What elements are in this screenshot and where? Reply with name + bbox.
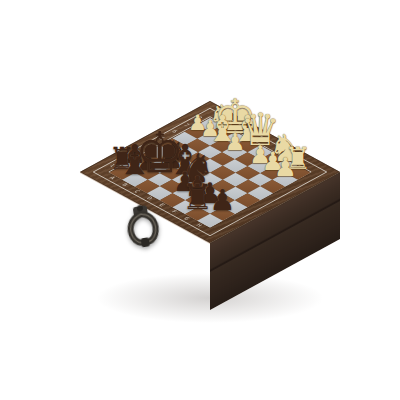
file-label-H: H — [195, 223, 203, 227]
rank-label-1: 1 — [108, 164, 116, 168]
file-label-F: F — [170, 210, 178, 214]
file-label-A: A — [108, 176, 116, 180]
rank-label-4: 4 — [145, 143, 153, 147]
file-label-G: G — [182, 217, 190, 221]
rank-label-2: 2 — [120, 157, 128, 161]
rank-label-7: 7 — [182, 123, 190, 127]
rank-label-5: 5 — [157, 137, 165, 141]
file-label-C: C — [133, 190, 141, 194]
file-label-D: D — [145, 196, 153, 200]
file-label-B: B — [120, 183, 128, 187]
rank-label-8: 8 — [195, 116, 203, 120]
rank-label-6: 6 — [170, 130, 178, 134]
rank-label-3: 3 — [133, 150, 141, 154]
latch-clasp-icon — [119, 202, 168, 254]
chess-box-product-photo: ABCDEFGH 87654321 ♜♝♜♟♟♚♟♟♟♟♞♝♞♟♟♝♟♟♟♟♞♚… — [0, 0, 400, 400]
